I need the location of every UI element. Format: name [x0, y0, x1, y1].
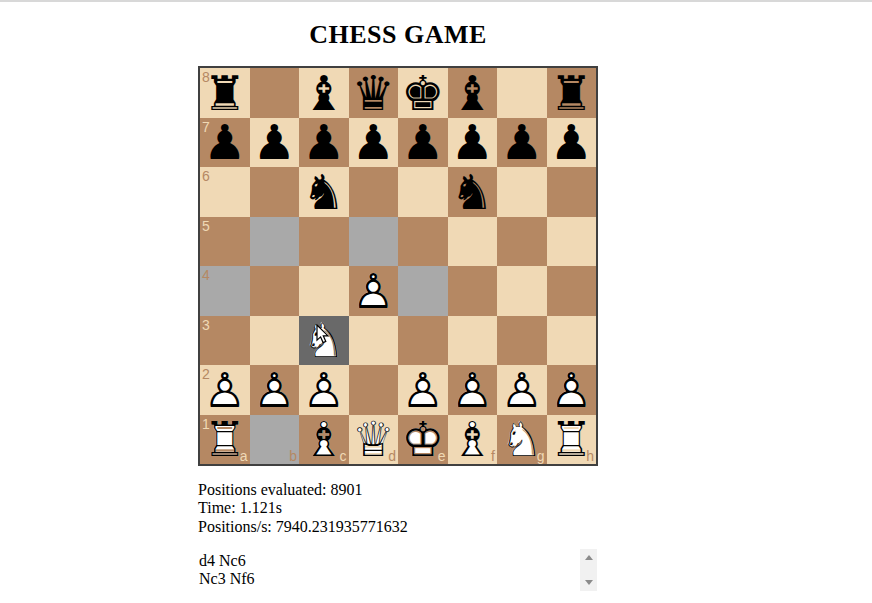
- piece-black-pawn: ♟: [250, 118, 300, 168]
- square-d5[interactable]: [349, 217, 399, 267]
- square-e3[interactable]: [398, 316, 448, 366]
- piece-black-king: ♚: [398, 68, 448, 118]
- piece-black-pawn: ♟: [547, 118, 597, 168]
- piece-white-queen: ♛♕: [349, 415, 399, 465]
- square-h5[interactable]: [547, 217, 597, 267]
- piece-white-bishop: ♝♗: [448, 415, 498, 465]
- piece-black-knight: ♞: [448, 167, 498, 217]
- scroll-down-button[interactable]: [580, 574, 597, 591]
- mouse-cursor-icon: [316, 324, 330, 345]
- piece-black-rook: ♜: [200, 68, 250, 118]
- square-a2[interactable]: 2♟♙: [200, 365, 250, 415]
- square-h4[interactable]: [547, 266, 597, 316]
- square-c7[interactable]: ♟: [299, 118, 349, 168]
- square-c1[interactable]: c♝♗: [299, 415, 349, 465]
- square-b4[interactable]: [250, 266, 300, 316]
- arrow-down-icon: [585, 580, 593, 585]
- square-f2[interactable]: ♟♙: [448, 365, 498, 415]
- square-h1[interactable]: h♜♖: [547, 415, 597, 465]
- chess-board: 8♜♝♛♚♝♜7♟♟♟♟♟♟♟♟6♞♞54♟♙3♞♘2♟♙♟♙♟♙♟♙♟♙♟♙♟…: [198, 66, 598, 466]
- square-g3[interactable]: [497, 316, 547, 366]
- square-f5[interactable]: [448, 217, 498, 267]
- piece-white-pawn: ♟♙: [398, 365, 448, 415]
- square-f4[interactable]: [448, 266, 498, 316]
- square-a5[interactable]: 5: [200, 217, 250, 267]
- square-b1[interactable]: b: [250, 415, 300, 465]
- rank-label-4: 4: [202, 268, 210, 282]
- square-e5[interactable]: [398, 217, 448, 267]
- stat-positions-per-second: Positions/s: 7940.231935771632: [198, 518, 598, 536]
- move-row: Nc3 Nf6: [199, 570, 577, 588]
- square-a6[interactable]: 6: [200, 167, 250, 217]
- square-e6[interactable]: [398, 167, 448, 217]
- arrow-up-icon: [585, 555, 593, 560]
- square-a1[interactable]: 1a♜♖: [200, 415, 250, 465]
- square-e7[interactable]: ♟: [398, 118, 448, 168]
- square-g4[interactable]: [497, 266, 547, 316]
- engine-stats: Positions evaluated: 8901 Time: 1.121s P…: [198, 481, 598, 536]
- square-h2[interactable]: ♟♙: [547, 365, 597, 415]
- square-b8[interactable]: [250, 68, 300, 118]
- page-title: CHESS GAME: [198, 20, 598, 50]
- piece-white-bishop: ♝♗: [299, 415, 349, 465]
- square-h8[interactable]: ♜: [547, 68, 597, 118]
- piece-black-pawn: ♟: [349, 118, 399, 168]
- piece-white-pawn: ♟♙: [497, 365, 547, 415]
- piece-black-pawn: ♟: [398, 118, 448, 168]
- piece-white-pawn: ♟♙: [448, 365, 498, 415]
- square-d1[interactable]: d♛♕: [349, 415, 399, 465]
- piece-white-pawn: ♟♙: [547, 365, 597, 415]
- square-d7[interactable]: ♟: [349, 118, 399, 168]
- square-g2[interactable]: ♟♙: [497, 365, 547, 415]
- square-g1[interactable]: g♞♘: [497, 415, 547, 465]
- move-list[interactable]: d4 Nc6 Nc3 Nf6: [198, 549, 597, 591]
- square-f1[interactable]: f♝♗: [448, 415, 498, 465]
- square-h3[interactable]: [547, 316, 597, 366]
- piece-black-bishop: ♝: [299, 68, 349, 118]
- square-e1[interactable]: e♚♔: [398, 415, 448, 465]
- square-b2[interactable]: ♟♙: [250, 365, 300, 415]
- square-h7[interactable]: ♟: [547, 118, 597, 168]
- move-row: d4 Nc6: [199, 552, 577, 570]
- square-b7[interactable]: ♟: [250, 118, 300, 168]
- square-d3[interactable]: [349, 316, 399, 366]
- square-b6[interactable]: [250, 167, 300, 217]
- piece-black-pawn: ♟: [299, 118, 349, 168]
- rank-label-3: 3: [202, 318, 210, 332]
- piece-black-pawn: ♟: [497, 118, 547, 168]
- square-c4[interactable]: [299, 266, 349, 316]
- square-c5[interactable]: [299, 217, 349, 267]
- square-d2[interactable]: [349, 365, 399, 415]
- square-g8[interactable]: [497, 68, 547, 118]
- rank-label-6: 6: [202, 169, 210, 183]
- piece-white-pawn: ♟♙: [200, 365, 250, 415]
- chess-app: CHESS GAME 8♜♝♛♚♝♜7♟♟♟♟♟♟♟♟6♞♞54♟♙3♞♘2♟♙…: [198, 0, 598, 601]
- square-b3[interactable]: [250, 316, 300, 366]
- piece-white-pawn: ♟♙: [250, 365, 300, 415]
- square-a4[interactable]: 4: [200, 266, 250, 316]
- square-g5[interactable]: [497, 217, 547, 267]
- piece-white-pawn: ♟♙: [299, 365, 349, 415]
- square-c6[interactable]: ♞: [299, 167, 349, 217]
- stat-positions-evaluated: Positions evaluated: 8901: [198, 481, 598, 499]
- rank-label-5: 5: [202, 219, 210, 233]
- square-h6[interactable]: [547, 167, 597, 217]
- move-list-scrollbar[interactable]: [580, 549, 597, 591]
- square-e4[interactable]: [398, 266, 448, 316]
- file-label-b: b: [289, 449, 297, 463]
- scroll-up-button[interactable]: [580, 549, 597, 566]
- piece-white-king: ♚♔: [398, 415, 448, 465]
- square-a7[interactable]: 7♟: [200, 118, 250, 168]
- square-e2[interactable]: ♟♙: [398, 365, 448, 415]
- piece-white-pawn: ♟♙: [349, 266, 399, 316]
- square-a8[interactable]: 8♜: [200, 68, 250, 118]
- piece-white-rook: ♜♖: [547, 415, 597, 465]
- square-d8[interactable]: ♛: [349, 68, 399, 118]
- piece-white-rook: ♜♖: [200, 415, 250, 465]
- square-f3[interactable]: [448, 316, 498, 366]
- square-d6[interactable]: [349, 167, 399, 217]
- piece-black-knight: ♞: [299, 167, 349, 217]
- piece-black-bishop: ♝: [448, 68, 498, 118]
- square-f6[interactable]: ♞: [448, 167, 498, 217]
- square-d4[interactable]: ♟♙: [349, 266, 399, 316]
- square-g7[interactable]: ♟: [497, 118, 547, 168]
- stat-time: Time: 1.121s: [198, 499, 598, 517]
- piece-black-pawn: ♟: [200, 118, 250, 168]
- square-g6[interactable]: [497, 167, 547, 217]
- piece-black-queen: ♛: [349, 68, 399, 118]
- square-b5[interactable]: [250, 217, 300, 267]
- square-a3[interactable]: 3: [200, 316, 250, 366]
- piece-black-pawn: ♟: [448, 118, 498, 168]
- piece-black-rook: ♜: [547, 68, 597, 118]
- piece-white-knight: ♞♘: [497, 415, 547, 465]
- square-c8[interactable]: ♝: [299, 68, 349, 118]
- square-e8[interactable]: ♚: [398, 68, 448, 118]
- square-f7[interactable]: ♟: [448, 118, 498, 168]
- square-c2[interactable]: ♟♙: [299, 365, 349, 415]
- square-f8[interactable]: ♝: [448, 68, 498, 118]
